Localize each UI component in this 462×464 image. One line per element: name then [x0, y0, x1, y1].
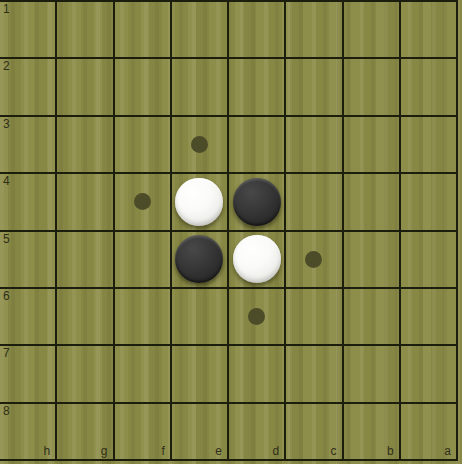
board-cell-b4[interactable]	[344, 174, 401, 231]
board-cell-b7[interactable]	[344, 346, 401, 403]
row-label-7: 7	[3, 346, 10, 360]
board-cell-c7[interactable]	[286, 346, 343, 403]
board-cell-b3[interactable]	[344, 117, 401, 174]
column-label-h: h	[44, 444, 51, 458]
board-cell-b5[interactable]	[344, 232, 401, 289]
board-cell-h1[interactable]: 1	[0, 2, 57, 59]
board-cell-e5[interactable]	[172, 232, 229, 289]
board-cell-c6[interactable]	[286, 289, 343, 346]
white-disc-d5	[233, 235, 281, 283]
board-cell-e2[interactable]	[172, 59, 229, 116]
board-cell-g2[interactable]	[57, 59, 114, 116]
board-cell-f4[interactable]	[115, 174, 172, 231]
board-cell-e8[interactable]: e	[172, 404, 229, 461]
column-label-c: c	[331, 444, 337, 458]
board-cell-h2[interactable]: 2	[0, 59, 57, 116]
column-label-b: b	[387, 444, 394, 458]
row-label-5: 5	[3, 232, 10, 246]
board-cell-f5[interactable]	[115, 232, 172, 289]
board-cell-d5[interactable]	[229, 232, 286, 289]
column-label-d: d	[273, 444, 280, 458]
legal-move-hint-e3[interactable]	[191, 136, 208, 153]
board-cell-d6[interactable]	[229, 289, 286, 346]
board-cell-h6[interactable]: 6	[0, 289, 57, 346]
board-cell-h7[interactable]: 7	[0, 346, 57, 403]
board-cell-g5[interactable]	[57, 232, 114, 289]
column-label-e: e	[215, 444, 222, 458]
row-label-1: 1	[3, 2, 10, 16]
column-label-a: a	[444, 444, 451, 458]
board-cell-g1[interactable]	[57, 2, 114, 59]
board-cell-h5[interactable]: 5	[0, 232, 57, 289]
white-disc-e4	[175, 178, 223, 226]
row-label-3: 3	[3, 117, 10, 131]
board-cell-d2[interactable]	[229, 59, 286, 116]
board-cell-c3[interactable]	[286, 117, 343, 174]
row-label-6: 6	[3, 289, 10, 303]
board-cell-g3[interactable]	[57, 117, 114, 174]
black-disc-e5	[175, 235, 223, 283]
column-label-g: g	[101, 444, 108, 458]
board-cell-e3[interactable]	[172, 117, 229, 174]
row-label-2: 2	[3, 59, 10, 73]
board-cell-b1[interactable]	[344, 2, 401, 59]
board-cell-g8[interactable]: g	[57, 404, 114, 461]
board-cell-d3[interactable]	[229, 117, 286, 174]
board-cell-d8[interactable]: d	[229, 404, 286, 461]
board-cell-a7[interactable]	[401, 346, 458, 403]
board-cell-d1[interactable]	[229, 2, 286, 59]
board-cell-f8[interactable]: f	[115, 404, 172, 461]
board-cell-e7[interactable]	[172, 346, 229, 403]
row-label-8: 8	[3, 404, 10, 418]
board-cell-h3[interactable]: 3	[0, 117, 57, 174]
board-cell-e4[interactable]	[172, 174, 229, 231]
board-cell-h8[interactable]: 8h	[0, 404, 57, 461]
board-cell-b6[interactable]	[344, 289, 401, 346]
board-cell-c4[interactable]	[286, 174, 343, 231]
board-cell-c5[interactable]	[286, 232, 343, 289]
board-cell-h4[interactable]: 4	[0, 174, 57, 231]
board-cell-e6[interactable]	[172, 289, 229, 346]
board-cell-e1[interactable]	[172, 2, 229, 59]
column-label-f: f	[161, 444, 164, 458]
board-cell-g4[interactable]	[57, 174, 114, 231]
board-cell-g7[interactable]	[57, 346, 114, 403]
othello-app-screen: 12345678hgfedcba	[0, 0, 462, 464]
legal-move-hint-d6[interactable]	[248, 308, 265, 325]
board-cell-a8[interactable]: a	[401, 404, 458, 461]
board-cell-f3[interactable]	[115, 117, 172, 174]
board-cell-f2[interactable]	[115, 59, 172, 116]
legal-move-hint-c5[interactable]	[305, 251, 322, 268]
board-cell-d7[interactable]	[229, 346, 286, 403]
board-cell-c8[interactable]: c	[286, 404, 343, 461]
board-cell-a2[interactable]	[401, 59, 458, 116]
board-cell-b2[interactable]	[344, 59, 401, 116]
board-cell-d4[interactable]	[229, 174, 286, 231]
board-cell-a3[interactable]	[401, 117, 458, 174]
board-cell-a5[interactable]	[401, 232, 458, 289]
black-disc-d4	[233, 178, 281, 226]
board-cell-a1[interactable]	[401, 2, 458, 59]
board-cell-b8[interactable]: b	[344, 404, 401, 461]
board-cell-f6[interactable]	[115, 289, 172, 346]
row-label-4: 4	[3, 174, 10, 188]
board-cell-f1[interactable]	[115, 2, 172, 59]
board-cell-g6[interactable]	[57, 289, 114, 346]
board-cell-a6[interactable]	[401, 289, 458, 346]
legal-move-hint-f4[interactable]	[134, 193, 151, 210]
board-cell-a4[interactable]	[401, 174, 458, 231]
board-cell-f7[interactable]	[115, 346, 172, 403]
board-cell-c1[interactable]	[286, 2, 343, 59]
board-cell-c2[interactable]	[286, 59, 343, 116]
othello-board: 12345678hgfedcba	[0, 0, 458, 461]
